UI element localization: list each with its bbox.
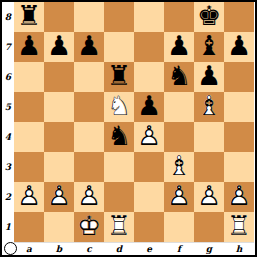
piece-black-knight[interactable]: ♞ (164, 62, 194, 92)
rank-label-2: 2 (2, 182, 14, 212)
piece-white-pawn[interactable]: ♟♙ (134, 122, 164, 152)
file-label-h: h (224, 242, 254, 255)
piece-white-pawn[interactable]: ♟♙ (44, 182, 74, 212)
square-f4[interactable] (164, 122, 194, 152)
square-c4[interactable] (74, 122, 104, 152)
square-h3[interactable] (224, 152, 254, 182)
square-f6[interactable]: ♞ (164, 62, 194, 92)
square-d4[interactable]: ♞ (104, 122, 134, 152)
piece-black-pawn[interactable]: ♟ (44, 32, 74, 62)
file-labels: abcdefgh (14, 242, 254, 255)
square-d5[interactable]: ♞♘ (104, 92, 134, 122)
square-b1[interactable] (44, 212, 74, 242)
square-h4[interactable] (224, 122, 254, 152)
piece-black-knight[interactable]: ♞ (104, 122, 134, 152)
square-a2[interactable]: ♟♙ (14, 182, 44, 212)
piece-white-bishop[interactable]: ♝♗ (194, 92, 224, 122)
chess-diagram-page: 87654321 ♜♚♟♟♟♟♝♟♜♞♟♞♘♟♝♗♞♟♙♝♗♟♙♟♙♟♙♟♙♟♙… (0, 0, 257, 257)
square-g2[interactable]: ♟♙ (194, 182, 224, 212)
square-d8[interactable] (104, 2, 134, 32)
rank-label-5: 5 (2, 92, 14, 122)
square-g7[interactable]: ♝ (194, 32, 224, 62)
file-label-c: c (74, 242, 104, 255)
piece-white-pawn[interactable]: ♟♙ (14, 182, 44, 212)
square-d2[interactable] (104, 182, 134, 212)
square-a3[interactable] (14, 152, 44, 182)
square-g5[interactable]: ♝♗ (194, 92, 224, 122)
white-to-move-indicator (4, 242, 17, 255)
file-label-g: g (194, 242, 224, 255)
square-b4[interactable] (44, 122, 74, 152)
square-g4[interactable] (194, 122, 224, 152)
square-a5[interactable] (14, 92, 44, 122)
square-a7[interactable]: ♟ (14, 32, 44, 62)
square-c3[interactable] (74, 152, 104, 182)
rank-label-6: 6 (2, 62, 14, 92)
square-d3[interactable] (104, 152, 134, 182)
file-label-b: b (44, 242, 74, 255)
piece-white-rook[interactable]: ♜♖ (104, 212, 134, 242)
rank-label-4: 4 (2, 122, 14, 152)
file-label-e: e (134, 242, 164, 255)
piece-black-pawn[interactable]: ♟ (14, 32, 44, 62)
square-a1[interactable] (14, 212, 44, 242)
square-g8[interactable]: ♚ (194, 2, 224, 32)
square-b3[interactable] (44, 152, 74, 182)
square-h2[interactable]: ♟♙ (224, 182, 254, 212)
file-label-d: d (104, 242, 134, 255)
square-e6[interactable] (134, 62, 164, 92)
square-f3[interactable]: ♝♗ (164, 152, 194, 182)
piece-black-rook[interactable]: ♜ (104, 62, 134, 92)
piece-white-rook[interactable]: ♜♖ (224, 212, 254, 242)
chess-diagram: 87654321 ♜♚♟♟♟♟♝♟♜♞♟♞♘♟♝♗♞♟♙♝♗♟♙♟♙♟♙♟♙♟♙… (0, 0, 257, 257)
rank-label-8: 8 (2, 2, 14, 32)
square-f7[interactable]: ♟ (164, 32, 194, 62)
square-e7[interactable] (134, 32, 164, 62)
square-e3[interactable] (134, 152, 164, 182)
square-f5[interactable] (164, 92, 194, 122)
square-b8[interactable] (44, 2, 74, 32)
piece-black-bishop[interactable]: ♝ (194, 32, 224, 62)
square-a6[interactable] (14, 62, 44, 92)
chess-board[interactable]: ♜♚♟♟♟♟♝♟♜♞♟♞♘♟♝♗♞♟♙♝♗♟♙♟♙♟♙♟♙♟♙♟♙♚♔♜♖♜♖ (14, 2, 254, 243)
piece-white-king[interactable]: ♚♔ (74, 212, 104, 242)
square-d7[interactable] (104, 32, 134, 62)
rank-label-7: 7 (2, 32, 14, 62)
square-d1[interactable]: ♜♖ (104, 212, 134, 242)
square-c5[interactable] (74, 92, 104, 122)
square-g3[interactable] (194, 152, 224, 182)
square-h7[interactable]: ♟ (224, 32, 254, 62)
square-h5[interactable] (224, 92, 254, 122)
square-h1[interactable]: ♜♖ (224, 212, 254, 242)
piece-black-king[interactable]: ♚ (194, 2, 224, 32)
square-e1[interactable] (134, 212, 164, 242)
square-c7[interactable]: ♟ (74, 32, 104, 62)
piece-black-pawn[interactable]: ♟ (134, 92, 164, 122)
square-a4[interactable] (14, 122, 44, 152)
square-b7[interactable]: ♟ (44, 32, 74, 62)
square-d6[interactable]: ♜ (104, 62, 134, 92)
file-label-f: f (164, 242, 194, 255)
square-e2[interactable] (134, 182, 164, 212)
piece-white-pawn[interactable]: ♟♙ (194, 182, 224, 212)
square-g6[interactable]: ♟ (194, 62, 224, 92)
square-e4[interactable]: ♟♙ (134, 122, 164, 152)
square-f2[interactable]: ♟♙ (164, 182, 194, 212)
piece-white-bishop[interactable]: ♝♗ (164, 152, 194, 182)
square-f1[interactable] (164, 212, 194, 242)
square-a8[interactable]: ♜ (14, 2, 44, 32)
square-c1[interactable]: ♚♔ (74, 212, 104, 242)
piece-white-pawn[interactable]: ♟♙ (164, 182, 194, 212)
piece-white-knight[interactable]: ♞♘ (104, 92, 134, 122)
square-c8[interactable] (74, 2, 104, 32)
square-f8[interactable] (164, 2, 194, 32)
piece-black-pawn[interactable]: ♟ (74, 32, 104, 62)
square-g1[interactable] (194, 212, 224, 242)
piece-black-rook[interactable]: ♜ (14, 2, 44, 32)
square-b5[interactable] (44, 92, 74, 122)
square-e8[interactable] (134, 2, 164, 32)
rank-label-1: 1 (2, 212, 14, 242)
piece-white-pawn[interactable]: ♟♙ (224, 182, 254, 212)
square-h8[interactable] (224, 2, 254, 32)
rank-labels: 87654321 (2, 2, 14, 242)
file-label-a: a (14, 242, 44, 255)
square-b2[interactable]: ♟♙ (44, 182, 74, 212)
piece-black-pawn[interactable]: ♟ (194, 62, 224, 92)
piece-black-pawn[interactable]: ♟ (164, 32, 194, 62)
square-e5[interactable]: ♟ (134, 92, 164, 122)
piece-black-pawn[interactable]: ♟ (224, 32, 254, 62)
square-h6[interactable] (224, 62, 254, 92)
square-b6[interactable] (44, 62, 74, 92)
square-c2[interactable]: ♟♙ (74, 182, 104, 212)
piece-white-pawn[interactable]: ♟♙ (74, 182, 104, 212)
rank-label-3: 3 (2, 152, 14, 182)
square-c6[interactable] (74, 62, 104, 92)
